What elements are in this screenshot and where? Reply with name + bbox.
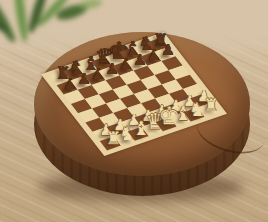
- photo-scene: ♜♞♝♛♚♝♞♜♟♟♟♟♟♟♟♟♟♟♟♟♟♟♟♟♜♞♝♛♚♝♞♜: [0, 0, 268, 222]
- plant-leaf: [78, 0, 103, 11]
